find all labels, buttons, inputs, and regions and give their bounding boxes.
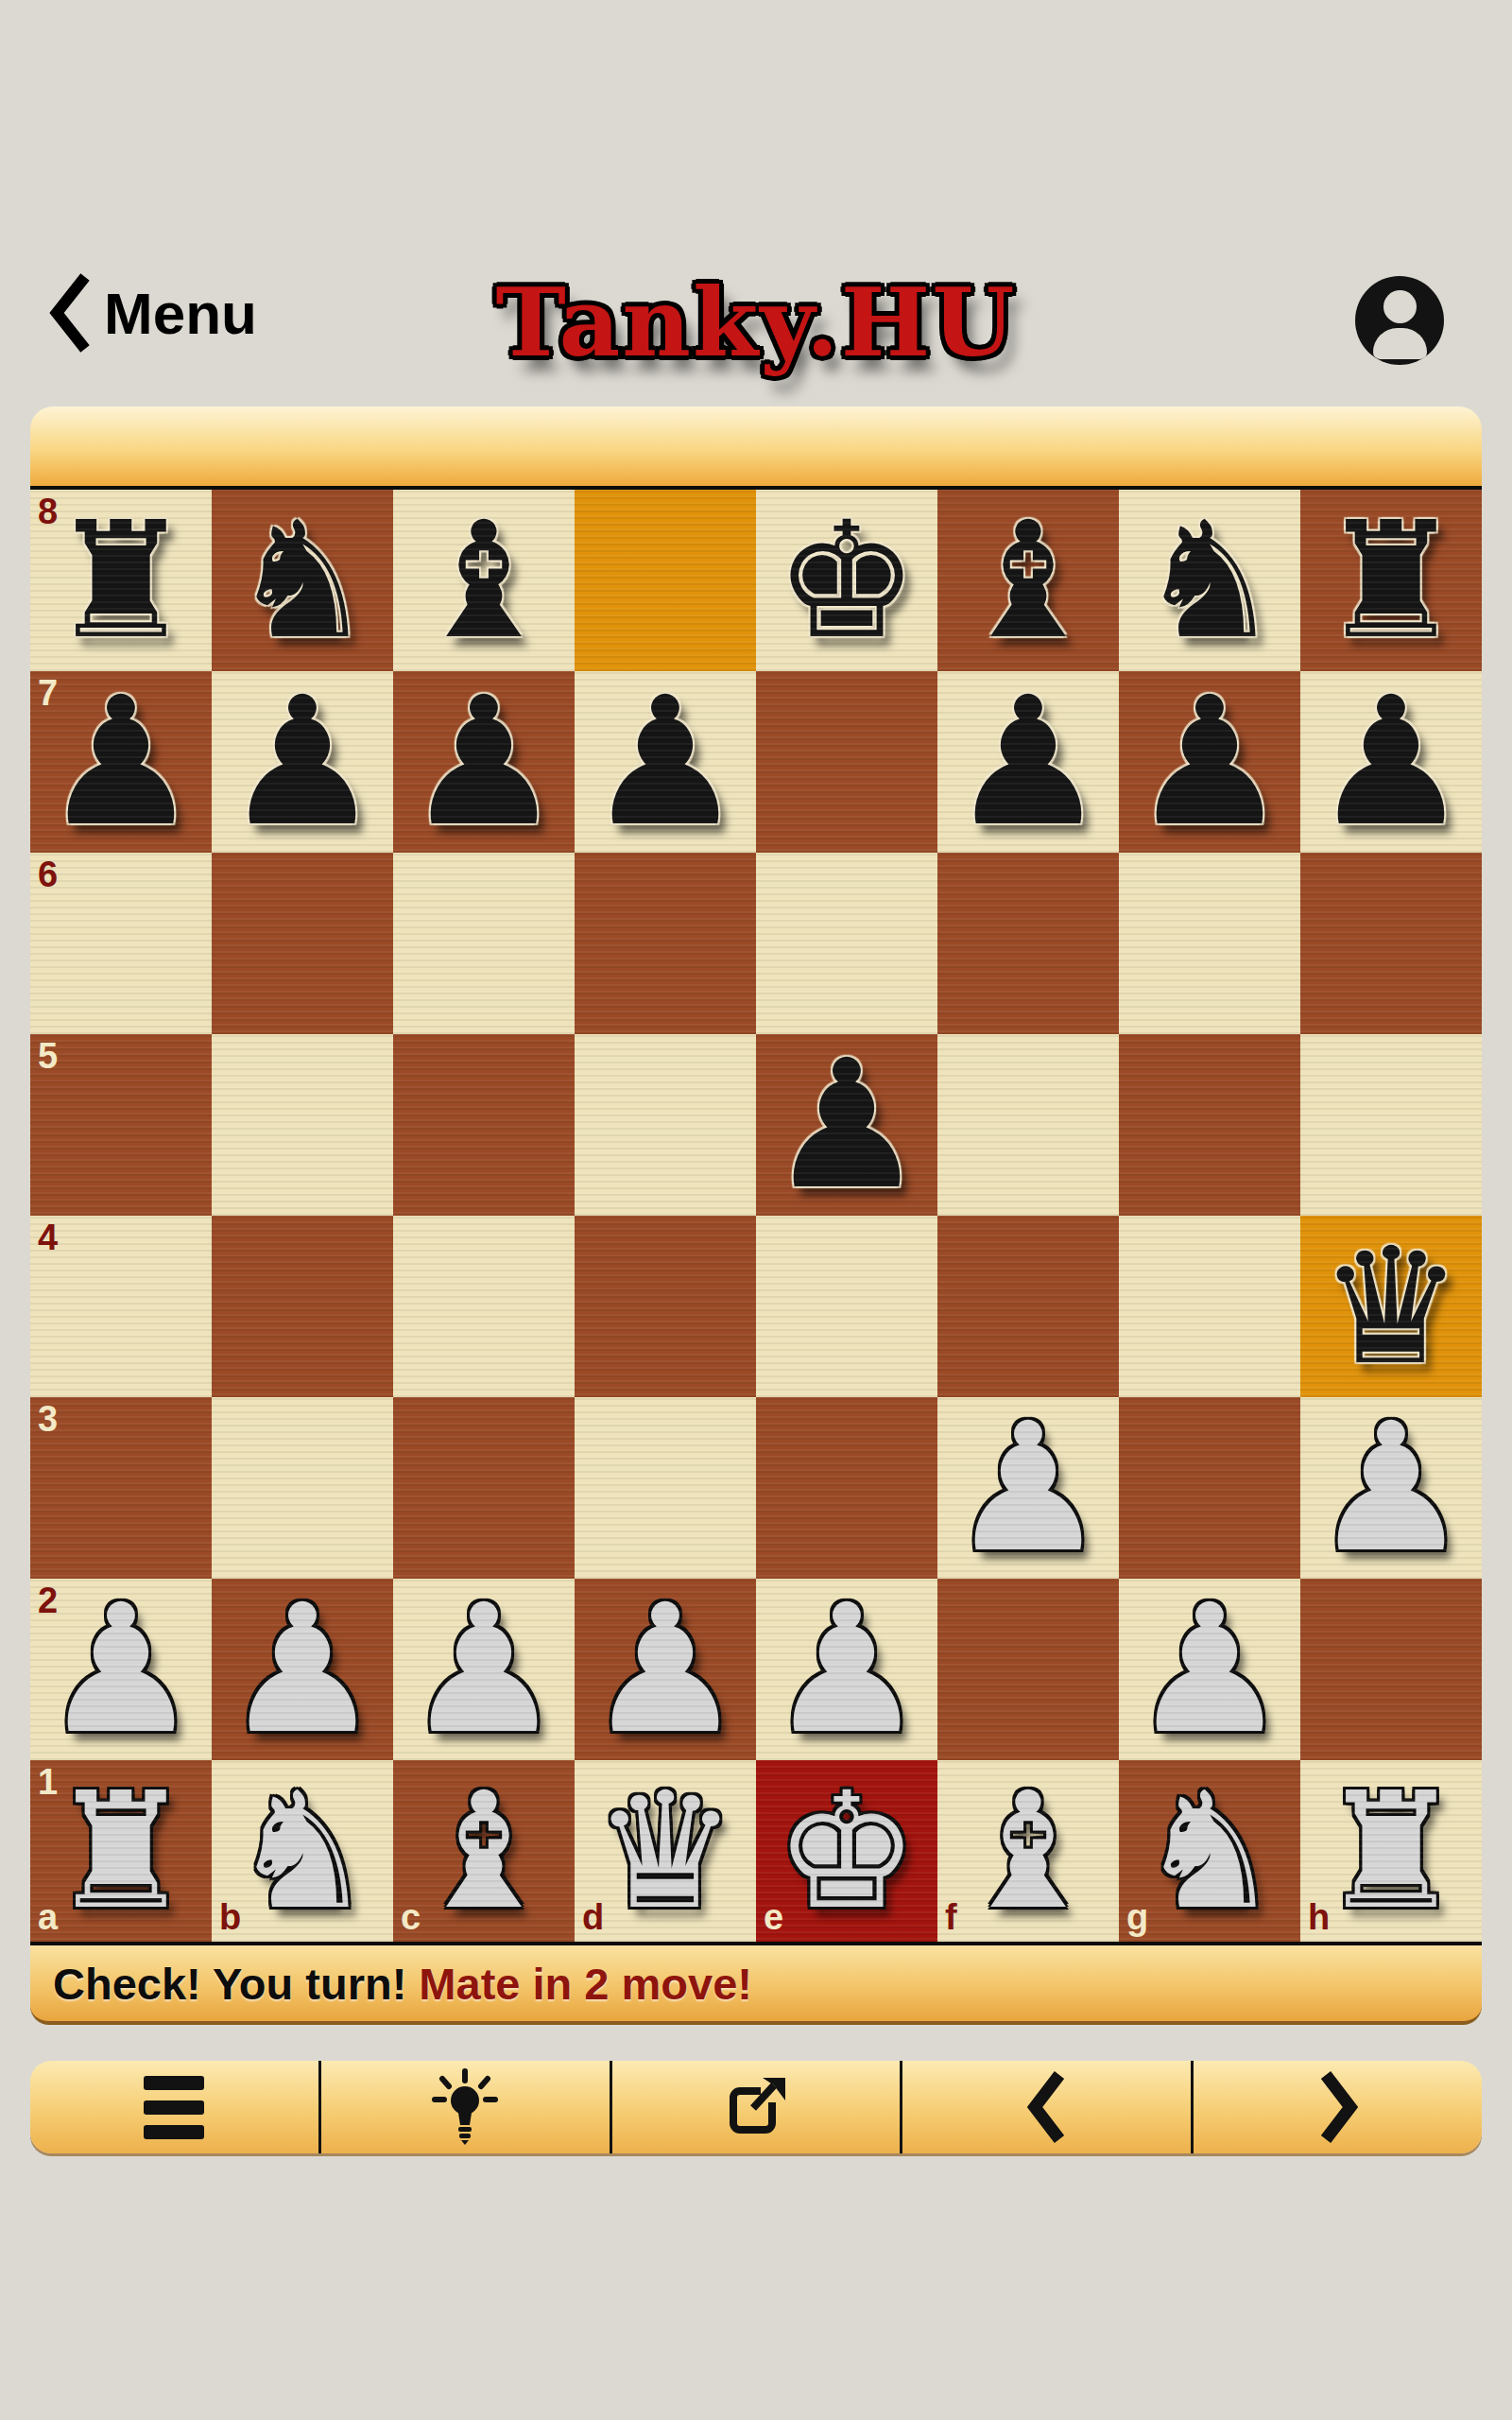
piece-black-knight: ♞ [1138, 490, 1281, 671]
piece-white-pawn: ♟ [949, 1397, 1108, 1579]
square-d4[interactable] [575, 1216, 756, 1397]
toolbar-forward-button[interactable] [1191, 2061, 1482, 2153]
square-b8[interactable]: ♞ [212, 490, 393, 671]
toolbar-menu-button[interactable] [30, 2061, 318, 2153]
square-f2[interactable] [937, 1579, 1119, 1760]
square-b6[interactable] [212, 853, 393, 1034]
square-d8[interactable] [575, 490, 756, 671]
toolbar-back-button[interactable] [900, 2061, 1191, 2153]
square-a8[interactable]: ♜ [30, 490, 212, 671]
piece-white-pawn: ♟ [586, 1579, 746, 1760]
square-f3[interactable]: ♟ [937, 1397, 1119, 1579]
square-d7[interactable]: ♟ [575, 671, 756, 853]
board-top-bar [30, 406, 1482, 486]
square-g4[interactable] [1119, 1216, 1300, 1397]
square-e6[interactable] [756, 853, 937, 1034]
square-c7[interactable]: ♟ [393, 671, 575, 853]
square-f8[interactable]: ♝ [937, 490, 1119, 671]
account-button[interactable] [1355, 276, 1444, 365]
piece-black-bishop: ♝ [412, 490, 556, 671]
square-c6[interactable] [393, 853, 575, 1034]
bottom-toolbar [30, 2061, 1482, 2153]
lightbulb-icon [430, 2068, 500, 2146]
square-h1[interactable]: ♜ [1300, 1760, 1482, 1942]
square-d3[interactable] [575, 1397, 756, 1579]
piece-white-pawn: ♟ [1130, 1579, 1290, 1760]
square-b2[interactable]: ♟ [212, 1579, 393, 1760]
square-d1[interactable]: ♛ [575, 1760, 756, 1942]
square-d6[interactable] [575, 853, 756, 1034]
piece-white-pawn: ♟ [767, 1579, 927, 1760]
piece-black-pawn: ♟ [1130, 671, 1290, 853]
piece-black-pawn: ♟ [1312, 671, 1471, 853]
square-h7[interactable]: ♟ [1300, 671, 1482, 853]
piece-white-pawn: ♟ [42, 1579, 201, 1760]
status-bar: Check! You turn! Mate in 2 move! [30, 1945, 1482, 2025]
square-h2[interactable] [1300, 1579, 1482, 1760]
piece-black-rook: ♜ [1319, 490, 1463, 671]
piece-white-pawn: ♟ [223, 1579, 383, 1760]
piece-white-pawn: ♟ [404, 1579, 564, 1760]
piece-white-knight: ♞ [231, 1760, 374, 1942]
square-d5[interactable] [575, 1034, 756, 1216]
status-alert-text: Mate in 2 move! [419, 1958, 752, 2010]
piece-white-knight: ♞ [1138, 1760, 1281, 1942]
piece-black-queen: ♛ [1319, 1216, 1463, 1397]
square-e4[interactable] [756, 1216, 937, 1397]
piece-black-pawn: ♟ [586, 671, 746, 853]
square-g5[interactable] [1119, 1034, 1300, 1216]
piece-black-pawn: ♟ [767, 1034, 927, 1216]
piece-black-rook: ♜ [49, 490, 193, 671]
square-c8[interactable]: ♝ [393, 490, 575, 671]
square-e7[interactable] [756, 671, 937, 853]
app-logo: Tanky.HU [0, 267, 1512, 378]
square-g8[interactable]: ♞ [1119, 490, 1300, 671]
piece-black-pawn: ♟ [42, 671, 201, 853]
square-c2[interactable]: ♟ [393, 1579, 575, 1760]
hamburger-icon [144, 2076, 204, 2139]
square-b3[interactable] [212, 1397, 393, 1579]
square-h5[interactable] [1300, 1034, 1482, 1216]
square-c4[interactable] [393, 1216, 575, 1397]
piece-black-pawn: ♟ [949, 671, 1108, 853]
square-f7[interactable]: ♟ [937, 671, 1119, 853]
square-g3[interactable] [1119, 1397, 1300, 1579]
square-c3[interactable] [393, 1397, 575, 1579]
square-e2[interactable]: ♟ [756, 1579, 937, 1760]
square-a2[interactable]: ♟ [30, 1579, 212, 1760]
share-icon [725, 2076, 787, 2138]
square-h8[interactable]: ♜ [1300, 490, 1482, 671]
square-d2[interactable]: ♟ [575, 1579, 756, 1760]
piece-black-king: ♚ [775, 490, 919, 671]
square-a7[interactable]: ♟ [30, 671, 212, 853]
square-f4[interactable] [937, 1216, 1119, 1397]
piece-white-pawn: ♟ [1312, 1397, 1471, 1579]
account-person-icon [1383, 290, 1417, 323]
piece-white-king: ♚ [775, 1760, 919, 1942]
square-e3[interactable] [756, 1397, 937, 1579]
square-b7[interactable]: ♟ [212, 671, 393, 853]
toolbar-share-button[interactable] [610, 2061, 901, 2153]
square-f5[interactable] [937, 1034, 1119, 1216]
chevron-right-icon [1318, 2070, 1358, 2144]
piece-black-pawn: ♟ [223, 671, 383, 853]
square-b4[interactable] [212, 1216, 393, 1397]
square-a5[interactable] [30, 1034, 212, 1216]
status-text: Check! You turn! [53, 1958, 419, 2010]
piece-black-knight: ♞ [231, 490, 374, 671]
piece-black-bishop: ♝ [956, 490, 1100, 671]
square-a6[interactable] [30, 853, 212, 1034]
chess-board: ♜♞♝♚♝♞♜♟♟♟♟♟♟♟♟♛♟♟♟♟♟♟♟♟♜♞♝♛♚♝♞♜87654321… [30, 490, 1482, 1942]
square-g1[interactable]: ♞ [1119, 1760, 1300, 1942]
square-a3[interactable] [30, 1397, 212, 1579]
square-e5[interactable]: ♟ [756, 1034, 937, 1216]
square-g2[interactable]: ♟ [1119, 1579, 1300, 1760]
piece-white-rook: ♜ [49, 1760, 193, 1942]
square-h3[interactable]: ♟ [1300, 1397, 1482, 1579]
piece-white-bishop: ♝ [956, 1760, 1100, 1942]
square-g7[interactable]: ♟ [1119, 671, 1300, 853]
toolbar-hint-button[interactable] [318, 2061, 610, 2153]
square-b1[interactable]: ♞ [212, 1760, 393, 1942]
square-g6[interactable] [1119, 853, 1300, 1034]
square-a4[interactable] [30, 1216, 212, 1397]
top-header: Menu Tanky.HU [0, 0, 1512, 406]
chevron-left-icon [1027, 2070, 1067, 2144]
square-e1[interactable]: ♚ [756, 1760, 937, 1942]
piece-black-pawn: ♟ [404, 671, 564, 853]
square-h4[interactable]: ♛ [1300, 1216, 1482, 1397]
piece-white-queen: ♛ [593, 1760, 737, 1942]
square-a1[interactable]: ♜ [30, 1760, 212, 1942]
square-c5[interactable] [393, 1034, 575, 1216]
piece-white-rook: ♜ [1319, 1760, 1463, 1942]
square-f6[interactable] [937, 853, 1119, 1034]
square-h6[interactable] [1300, 853, 1482, 1034]
board-container: ♜♞♝♚♝♞♜♟♟♟♟♟♟♟♟♛♟♟♟♟♟♟♟♟♜♞♝♛♚♝♞♜87654321… [30, 406, 1482, 2025]
square-c1[interactable]: ♝ [393, 1760, 575, 1942]
square-b5[interactable] [212, 1034, 393, 1216]
square-e8[interactable]: ♚ [756, 490, 937, 671]
square-f1[interactable]: ♝ [937, 1760, 1119, 1942]
piece-white-bishop: ♝ [412, 1760, 556, 1942]
